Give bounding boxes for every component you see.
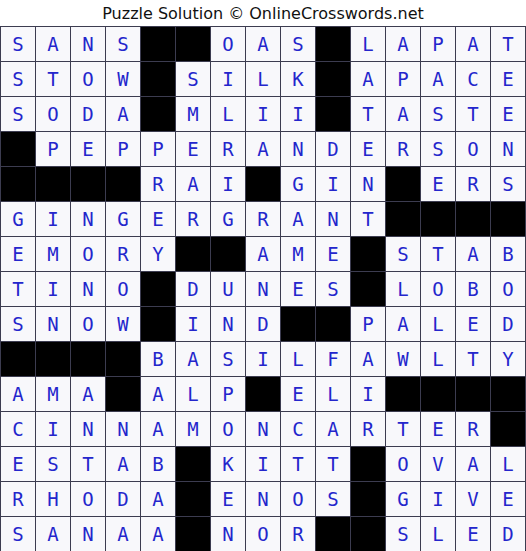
cell-r13c14: A xyxy=(456,447,490,481)
cell-r14c3: O xyxy=(71,482,105,516)
cell-r4c5: P xyxy=(141,132,175,166)
cell-r2c14: C xyxy=(456,62,490,96)
cell-r10c7: S xyxy=(211,342,245,376)
cell-r12c7: O xyxy=(211,412,245,446)
cell-r15c15: D xyxy=(491,517,525,551)
cell-r14c12: G xyxy=(386,482,420,516)
cell-r15c13: L xyxy=(421,517,455,551)
block-r9c5 xyxy=(141,307,175,341)
cell-r8c13: O xyxy=(421,272,455,306)
cell-r9c14: E xyxy=(456,307,490,341)
cell-r11c9: E xyxy=(281,377,315,411)
cell-r12c6: M xyxy=(176,412,210,446)
cell-r15c4: A xyxy=(106,517,140,551)
cell-r6c5: E xyxy=(141,202,175,236)
cell-r2c13: A xyxy=(421,62,455,96)
cell-r13c13: V xyxy=(421,447,455,481)
cell-r9c3: O xyxy=(71,307,105,341)
cell-r13c12: O xyxy=(386,447,420,481)
block-r3c10 xyxy=(316,97,350,131)
block-r6c15 xyxy=(491,202,525,236)
block-r10c2 xyxy=(36,342,70,376)
cell-r6c8: R xyxy=(246,202,280,236)
cell-r5c14: R xyxy=(456,167,490,201)
cell-r15c7: N xyxy=(211,517,245,551)
cell-r4c9: N xyxy=(281,132,315,166)
block-r6c14 xyxy=(456,202,490,236)
cell-r1c12: A xyxy=(386,27,420,61)
cell-r15c9: R xyxy=(281,517,315,551)
cell-r11c6: L xyxy=(176,377,210,411)
cell-r1c1: S xyxy=(1,27,35,61)
cell-r14c15: E xyxy=(491,482,525,516)
cell-r10c9: L xyxy=(281,342,315,376)
cell-r8c3: N xyxy=(71,272,105,306)
cell-r6c9: A xyxy=(281,202,315,236)
cell-r4c10: D xyxy=(316,132,350,166)
cell-r3c1: S xyxy=(1,97,35,131)
block-r13c11 xyxy=(351,447,385,481)
cell-r7c9: M xyxy=(281,237,315,271)
cell-r13c4: A xyxy=(106,447,140,481)
cell-r2c2: T xyxy=(36,62,70,96)
cell-r7c13: T xyxy=(421,237,455,271)
cell-r9c8: D xyxy=(246,307,280,341)
cell-r14c2: H xyxy=(36,482,70,516)
cell-r7c2: M xyxy=(36,237,70,271)
cell-r12c14: R xyxy=(456,412,490,446)
cell-r5c7: I xyxy=(211,167,245,201)
cell-r13c3: T xyxy=(71,447,105,481)
block-r1c10 xyxy=(316,27,350,61)
cell-r7c8: A xyxy=(246,237,280,271)
cell-r15c3: N xyxy=(71,517,105,551)
cell-r4c4: P xyxy=(106,132,140,166)
cell-r10c6: A xyxy=(176,342,210,376)
block-r6c13 xyxy=(421,202,455,236)
block-r14c6 xyxy=(176,482,210,516)
cell-r8c15: O xyxy=(491,272,525,306)
cell-r3c3: D xyxy=(71,97,105,131)
cell-r15c12: S xyxy=(386,517,420,551)
cell-r10c14: T xyxy=(456,342,490,376)
cell-r12c9: C xyxy=(281,412,315,446)
cell-r3c6: M xyxy=(176,97,210,131)
block-r1c6 xyxy=(176,27,210,61)
cell-r10c11: A xyxy=(351,342,385,376)
cell-r1c13: P xyxy=(421,27,455,61)
cell-r1c11: L xyxy=(351,27,385,61)
cell-r2c9: K xyxy=(281,62,315,96)
cell-r3c12: A xyxy=(386,97,420,131)
cell-r14c1: R xyxy=(1,482,35,516)
cell-r15c8: O xyxy=(246,517,280,551)
cell-r5c15: S xyxy=(491,167,525,201)
block-r7c11 xyxy=(351,237,385,271)
cell-r9c4: W xyxy=(106,307,140,341)
cell-r9c6: I xyxy=(176,307,210,341)
cell-r13c9: T xyxy=(281,447,315,481)
cell-r15c2: A xyxy=(36,517,70,551)
cell-r5c10: I xyxy=(316,167,350,201)
block-r11c15 xyxy=(491,377,525,411)
cell-r2c12: P xyxy=(386,62,420,96)
cell-r1c7: O xyxy=(211,27,245,61)
cell-r7c15: B xyxy=(491,237,525,271)
cell-r1c3: N xyxy=(71,27,105,61)
block-r3c5 xyxy=(141,97,175,131)
block-r5c8 xyxy=(246,167,280,201)
cell-r4c8: A xyxy=(246,132,280,166)
cell-r12c2: I xyxy=(36,412,70,446)
cell-r1c9: S xyxy=(281,27,315,61)
cell-r3c2: O xyxy=(36,97,70,131)
cell-r3c14: T xyxy=(456,97,490,131)
cell-r14c10: S xyxy=(316,482,350,516)
cell-r10c8: I xyxy=(246,342,280,376)
cell-r8c2: I xyxy=(36,272,70,306)
cell-r12c11: R xyxy=(351,412,385,446)
block-r11c8 xyxy=(246,377,280,411)
block-r2c10 xyxy=(316,62,350,96)
cell-r5c13: E xyxy=(421,167,455,201)
block-r5c1 xyxy=(1,167,35,201)
cell-r1c14: A xyxy=(456,27,490,61)
cell-r5c11: N xyxy=(351,167,385,201)
cell-r3c15: E xyxy=(491,97,525,131)
cell-r8c1: T xyxy=(1,272,35,306)
block-r7c7 xyxy=(211,237,245,271)
cell-r14c8: N xyxy=(246,482,280,516)
cell-r2c3: O xyxy=(71,62,105,96)
crossword-grid: SANSOASLAPATSTOWSILKAPACESODAMLIITASTEPE… xyxy=(0,26,526,551)
cell-r5c6: A xyxy=(176,167,210,201)
cell-r13c10: T xyxy=(316,447,350,481)
cell-r2c6: S xyxy=(176,62,210,96)
cell-r13c5: B xyxy=(141,447,175,481)
cell-r10c13: L xyxy=(421,342,455,376)
block-r11c4 xyxy=(106,377,140,411)
cell-r14c9: O xyxy=(281,482,315,516)
cell-r1c15: T xyxy=(491,27,525,61)
cell-r4c3: E xyxy=(71,132,105,166)
cell-r4c2: P xyxy=(36,132,70,166)
page-title: Puzzle Solution © OnlineCrosswords.net xyxy=(102,4,424,23)
cell-r4c15: N xyxy=(491,132,525,166)
cell-r1c4: S xyxy=(106,27,140,61)
block-r5c12 xyxy=(386,167,420,201)
cell-r12c4: N xyxy=(106,412,140,446)
cell-r3c11: T xyxy=(351,97,385,131)
block-r11c12 xyxy=(386,377,420,411)
cell-r2c1: S xyxy=(1,62,35,96)
cell-r5c5: R xyxy=(141,167,175,201)
cell-r6c4: G xyxy=(106,202,140,236)
block-r6c12 xyxy=(386,202,420,236)
cell-r8c14: B xyxy=(456,272,490,306)
cell-r7c3: O xyxy=(71,237,105,271)
block-r1c5 xyxy=(141,27,175,61)
cell-r4c7: R xyxy=(211,132,245,166)
cell-r11c3: A xyxy=(71,377,105,411)
cell-r3c8: I xyxy=(246,97,280,131)
cell-r2c4: W xyxy=(106,62,140,96)
cell-r10c15: Y xyxy=(491,342,525,376)
cell-r10c12: W xyxy=(386,342,420,376)
cell-r11c10: L xyxy=(316,377,350,411)
cell-r12c10: A xyxy=(316,412,350,446)
cell-r4c13: S xyxy=(421,132,455,166)
cell-r7c5: Y xyxy=(141,237,175,271)
cell-r14c7: E xyxy=(211,482,245,516)
cell-r13c2: S xyxy=(36,447,70,481)
cell-r9c11: P xyxy=(351,307,385,341)
cell-r3c4: A xyxy=(106,97,140,131)
cell-r6c2: I xyxy=(36,202,70,236)
block-r13c6 xyxy=(176,447,210,481)
cell-r12c1: C xyxy=(1,412,35,446)
cell-r6c3: N xyxy=(71,202,105,236)
cell-r2c7: I xyxy=(211,62,245,96)
block-r10c3 xyxy=(71,342,105,376)
cell-r9c1: S xyxy=(1,307,35,341)
block-r4c1 xyxy=(1,132,35,166)
cell-r6c11: T xyxy=(351,202,385,236)
title-bar: Puzzle Solution © OnlineCrosswords.net xyxy=(0,0,526,26)
cell-r15c1: S xyxy=(1,517,35,551)
block-r15c11 xyxy=(351,517,385,551)
cell-r7c12: S xyxy=(386,237,420,271)
block-r5c2 xyxy=(36,167,70,201)
cell-r12c3: N xyxy=(71,412,105,446)
cell-r3c9: I xyxy=(281,97,315,131)
cell-r7c4: R xyxy=(106,237,140,271)
cell-r13c1: E xyxy=(1,447,35,481)
block-r5c3 xyxy=(71,167,105,201)
cell-r14c5: A xyxy=(141,482,175,516)
block-r2c5 xyxy=(141,62,175,96)
cell-r8c10: S xyxy=(316,272,350,306)
cell-r11c11: I xyxy=(351,377,385,411)
block-r9c10 xyxy=(316,307,350,341)
cell-r4c12: R xyxy=(386,132,420,166)
block-r10c4 xyxy=(106,342,140,376)
cell-r14c13: I xyxy=(421,482,455,516)
cell-r3c7: L xyxy=(211,97,245,131)
cell-r8c8: N xyxy=(246,272,280,306)
cell-r4c14: O xyxy=(456,132,490,166)
cell-r8c9: E xyxy=(281,272,315,306)
cell-r14c14: V xyxy=(456,482,490,516)
cell-r13c8: I xyxy=(246,447,280,481)
cell-r11c2: M xyxy=(36,377,70,411)
cell-r2c11: A xyxy=(351,62,385,96)
cell-r13c7: K xyxy=(211,447,245,481)
block-r11c13 xyxy=(421,377,455,411)
cell-r10c5: B xyxy=(141,342,175,376)
block-r9c9 xyxy=(281,307,315,341)
cell-r7c10: E xyxy=(316,237,350,271)
block-r14c11 xyxy=(351,482,385,516)
cell-r9c13: L xyxy=(421,307,455,341)
cell-r8c6: D xyxy=(176,272,210,306)
cell-r6c6: R xyxy=(176,202,210,236)
cell-r15c14: E xyxy=(456,517,490,551)
cell-r3c13: S xyxy=(421,97,455,131)
block-r15c10 xyxy=(316,517,350,551)
cell-r9c7: N xyxy=(211,307,245,341)
block-r12c15 xyxy=(491,412,525,446)
block-r11c14 xyxy=(456,377,490,411)
block-r7c6 xyxy=(176,237,210,271)
cell-r11c5: A xyxy=(141,377,175,411)
cell-r12c5: A xyxy=(141,412,175,446)
cell-r11c7: P xyxy=(211,377,245,411)
block-r10c1 xyxy=(1,342,35,376)
cell-r1c8: A xyxy=(246,27,280,61)
cell-r9c12: A xyxy=(386,307,420,341)
cell-r8c4: O xyxy=(106,272,140,306)
cell-r2c15: E xyxy=(491,62,525,96)
cell-r6c1: G xyxy=(1,202,35,236)
cell-r12c13: E xyxy=(421,412,455,446)
cell-r11c1: A xyxy=(1,377,35,411)
cell-r6c7: G xyxy=(211,202,245,236)
block-r15c6 xyxy=(176,517,210,551)
cell-r7c14: A xyxy=(456,237,490,271)
cell-r4c6: E xyxy=(176,132,210,166)
cell-r7c1: E xyxy=(1,237,35,271)
cell-r4c11: E xyxy=(351,132,385,166)
cell-r5c9: G xyxy=(281,167,315,201)
block-r8c11 xyxy=(351,272,385,306)
cell-r10c10: F xyxy=(316,342,350,376)
cell-r9c15: D xyxy=(491,307,525,341)
cell-r12c8: N xyxy=(246,412,280,446)
cell-r6c10: N xyxy=(316,202,350,236)
cell-r8c7: U xyxy=(211,272,245,306)
block-r5c4 xyxy=(106,167,140,201)
cell-r8c12: L xyxy=(386,272,420,306)
cell-r2c8: L xyxy=(246,62,280,96)
block-r8c5 xyxy=(141,272,175,306)
cell-r9c2: N xyxy=(36,307,70,341)
cell-r1c2: A xyxy=(36,27,70,61)
cell-r15c5: A xyxy=(141,517,175,551)
cell-r12c12: T xyxy=(386,412,420,446)
cell-r13c15: L xyxy=(491,447,525,481)
cell-r14c4: D xyxy=(106,482,140,516)
